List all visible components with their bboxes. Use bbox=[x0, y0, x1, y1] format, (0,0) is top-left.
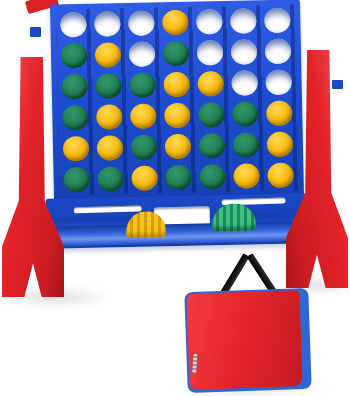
cell-r5c3 bbox=[127, 131, 162, 163]
green-disc bbox=[61, 74, 88, 100]
green-disc bbox=[199, 164, 226, 190]
green-disc bbox=[198, 102, 225, 128]
empty-hole bbox=[265, 70, 292, 96]
cell-r4c5 bbox=[194, 99, 229, 131]
green-disc bbox=[131, 134, 158, 160]
cell-r5c2 bbox=[93, 132, 128, 164]
green-disc bbox=[97, 166, 124, 192]
cell-r4c6 bbox=[228, 98, 263, 130]
cell-r3c7 bbox=[261, 67, 296, 99]
cell-r3c2 bbox=[91, 70, 126, 102]
green-disc bbox=[62, 105, 89, 131]
tray-slot-left bbox=[74, 205, 142, 213]
green-disc bbox=[61, 43, 88, 69]
yellow-disc bbox=[267, 132, 294, 158]
cell-r2c4 bbox=[159, 38, 194, 70]
cell-r2c5 bbox=[193, 37, 228, 69]
green-disc-stack bbox=[212, 203, 257, 231]
yellow-disc bbox=[96, 104, 123, 130]
tray-trough bbox=[49, 221, 304, 246]
green-disc bbox=[163, 41, 190, 67]
bag-zipper bbox=[192, 354, 197, 374]
cell-r2c2 bbox=[91, 39, 126, 71]
cell-r6c3 bbox=[127, 162, 162, 194]
green-disc bbox=[199, 133, 226, 159]
bag-red-front-panel bbox=[186, 290, 302, 390]
cell-r6c4 bbox=[161, 162, 196, 194]
cell-r4c7 bbox=[262, 98, 297, 130]
cell-r4c3 bbox=[126, 100, 161, 132]
yellow-disc bbox=[267, 163, 294, 189]
empty-hole bbox=[128, 10, 155, 36]
cell-r5c5 bbox=[195, 130, 230, 162]
cell-r1c3 bbox=[124, 7, 159, 39]
green-disc bbox=[95, 73, 122, 99]
yellow-disc bbox=[95, 42, 122, 68]
cell-r2c3 bbox=[125, 38, 160, 70]
cell-r1c7 bbox=[260, 5, 295, 37]
cell-r5c1 bbox=[59, 133, 94, 165]
cell-r3c5 bbox=[193, 68, 228, 100]
empty-hole bbox=[196, 9, 223, 35]
green-disc bbox=[232, 101, 259, 127]
empty-hole bbox=[94, 11, 121, 37]
cell-r6c6 bbox=[229, 160, 264, 192]
connect-four-board bbox=[50, 0, 304, 202]
disc-tray bbox=[46, 193, 308, 248]
cell-r2c1 bbox=[57, 40, 92, 72]
empty-hole bbox=[231, 39, 258, 65]
cell-r4c1 bbox=[58, 102, 93, 134]
cell-r1c2 bbox=[90, 8, 125, 40]
cell-r4c4 bbox=[160, 100, 195, 132]
yellow-disc bbox=[130, 103, 157, 129]
empty-hole bbox=[129, 41, 156, 67]
empty-hole bbox=[231, 70, 258, 96]
green-disc bbox=[63, 167, 90, 193]
left-connector-tab bbox=[30, 27, 41, 37]
cell-r1c6 bbox=[226, 5, 261, 37]
cell-r6c2 bbox=[93, 163, 128, 195]
yellow-disc bbox=[266, 101, 293, 127]
yellow-disc bbox=[197, 71, 224, 97]
cell-r2c6 bbox=[227, 36, 262, 68]
cell-r3c6 bbox=[227, 67, 262, 99]
cell-r6c7 bbox=[263, 159, 298, 191]
cell-r5c6 bbox=[229, 129, 264, 161]
cell-r1c5 bbox=[192, 6, 227, 38]
right-connector-tab bbox=[332, 80, 343, 89]
carry-bag bbox=[180, 250, 320, 396]
empty-hole bbox=[230, 8, 257, 34]
cell-r4c2 bbox=[92, 101, 127, 133]
cell-r5c7 bbox=[263, 129, 298, 161]
cell-r1c4 bbox=[158, 7, 193, 39]
yellow-disc bbox=[233, 163, 260, 189]
cell-r6c5 bbox=[195, 161, 230, 193]
cell-r5c4 bbox=[161, 131, 196, 163]
empty-hole bbox=[60, 12, 87, 38]
product-photo bbox=[0, 0, 350, 396]
green-disc bbox=[233, 132, 260, 158]
yellow-disc bbox=[97, 135, 124, 161]
yellow-disc bbox=[165, 134, 192, 160]
yellow-disc bbox=[164, 103, 191, 129]
cell-r3c1 bbox=[57, 71, 92, 103]
yellow-disc bbox=[63, 136, 90, 162]
cell-r2c7 bbox=[261, 36, 296, 68]
cell-r3c4 bbox=[159, 69, 194, 101]
empty-hole bbox=[264, 8, 291, 34]
green-disc bbox=[165, 165, 192, 191]
yellow-disc bbox=[162, 10, 189, 36]
board-grid bbox=[56, 5, 298, 196]
cell-r1c1 bbox=[56, 9, 91, 41]
yellow-disc bbox=[163, 72, 190, 98]
cell-r3c3 bbox=[125, 69, 160, 101]
cell-r6c1 bbox=[59, 164, 94, 196]
green-disc bbox=[129, 72, 156, 98]
empty-hole bbox=[197, 40, 224, 66]
empty-hole bbox=[265, 39, 292, 65]
yellow-disc bbox=[131, 165, 158, 191]
